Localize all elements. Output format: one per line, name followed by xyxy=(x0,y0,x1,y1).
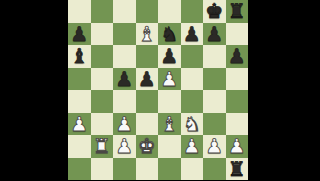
piece-black-rook[interactable]: ♜ xyxy=(228,1,246,21)
piece-white-rook[interactable]: ♜ xyxy=(93,136,111,156)
square-f3[interactable]: ♞ xyxy=(181,113,204,136)
square-a5[interactable] xyxy=(68,68,91,91)
square-f5[interactable] xyxy=(181,68,204,91)
square-g8[interactable]: ♚ xyxy=(203,0,226,23)
square-e3[interactable]: ♝ xyxy=(158,113,181,136)
square-e8[interactable] xyxy=(158,0,181,23)
square-e6[interactable]: ♟ xyxy=(158,45,181,68)
square-d8[interactable] xyxy=(136,0,159,23)
piece-white-pawn[interactable]: ♟ xyxy=(115,136,133,156)
square-f2[interactable]: ♟ xyxy=(181,135,204,158)
square-e2[interactable] xyxy=(158,135,181,158)
square-a6[interactable]: ♝ xyxy=(68,45,91,68)
square-d7[interactable]: ♝ xyxy=(136,23,159,46)
square-h4[interactable] xyxy=(226,90,249,113)
square-b4[interactable] xyxy=(91,90,114,113)
piece-black-bishop[interactable]: ♝ xyxy=(70,46,88,66)
square-d1[interactable] xyxy=(136,158,159,181)
piece-black-pawn[interactable]: ♟ xyxy=(160,46,178,66)
square-c3[interactable]: ♟ xyxy=(113,113,136,136)
square-e1[interactable] xyxy=(158,158,181,181)
square-b1[interactable] xyxy=(91,158,114,181)
square-h3[interactable] xyxy=(226,113,249,136)
square-e5[interactable]: ♟ xyxy=(158,68,181,91)
square-a3[interactable]: ♟ xyxy=(68,113,91,136)
square-h5[interactable] xyxy=(226,68,249,91)
square-d5[interactable]: ♟ xyxy=(136,68,159,91)
square-b2[interactable]: ♜ xyxy=(91,135,114,158)
square-h6[interactable]: ♟ xyxy=(226,45,249,68)
square-c1[interactable] xyxy=(113,158,136,181)
square-h8[interactable]: ♜ xyxy=(226,0,249,23)
square-g5[interactable] xyxy=(203,68,226,91)
square-g1[interactable] xyxy=(203,158,226,181)
piece-black-rook[interactable]: ♜ xyxy=(228,158,246,178)
piece-white-king[interactable]: ♚ xyxy=(138,136,156,156)
square-c5[interactable]: ♟ xyxy=(113,68,136,91)
square-c8[interactable] xyxy=(113,0,136,23)
piece-white-pawn[interactable]: ♟ xyxy=(228,136,246,156)
square-b6[interactable] xyxy=(91,45,114,68)
square-h7[interactable] xyxy=(226,23,249,46)
piece-white-pawn[interactable]: ♟ xyxy=(70,113,88,133)
square-a1[interactable] xyxy=(68,158,91,181)
chess-board: ♚♜♟♝♞♟♟♝♟♟♟♟♟♟♟♝♞♜♟♚♟♟♟♜ xyxy=(68,0,248,180)
square-d4[interactable] xyxy=(136,90,159,113)
square-c4[interactable] xyxy=(113,90,136,113)
square-e7[interactable]: ♞ xyxy=(158,23,181,46)
piece-white-pawn[interactable]: ♟ xyxy=(160,68,178,88)
square-f6[interactable] xyxy=(181,45,204,68)
piece-black-pawn[interactable]: ♟ xyxy=(205,23,223,43)
piece-black-pawn[interactable]: ♟ xyxy=(138,68,156,88)
piece-white-pawn[interactable]: ♟ xyxy=(115,113,133,133)
square-d2[interactable]: ♚ xyxy=(136,135,159,158)
piece-white-knight[interactable]: ♞ xyxy=(183,113,201,133)
piece-white-pawn[interactable]: ♟ xyxy=(183,136,201,156)
piece-white-bishop[interactable]: ♝ xyxy=(160,113,178,133)
square-d3[interactable] xyxy=(136,113,159,136)
piece-white-bishop[interactable]: ♝ xyxy=(138,23,156,43)
square-a7[interactable]: ♟ xyxy=(68,23,91,46)
square-g2[interactable]: ♟ xyxy=(203,135,226,158)
square-g3[interactable] xyxy=(203,113,226,136)
piece-white-pawn[interactable]: ♟ xyxy=(205,136,223,156)
square-a8[interactable] xyxy=(68,0,91,23)
square-f8[interactable] xyxy=(181,0,204,23)
square-f4[interactable] xyxy=(181,90,204,113)
screen: ♚♜♟♝♞♟♟♝♟♟♟♟♟♟♟♝♞♜♟♚♟♟♟♜ xyxy=(0,0,320,180)
square-h2[interactable]: ♟ xyxy=(226,135,249,158)
square-a4[interactable] xyxy=(68,90,91,113)
square-d6[interactable] xyxy=(136,45,159,68)
square-g4[interactable] xyxy=(203,90,226,113)
piece-black-pawn[interactable]: ♟ xyxy=(183,23,201,43)
piece-black-pawn[interactable]: ♟ xyxy=(70,23,88,43)
square-b7[interactable] xyxy=(91,23,114,46)
piece-black-pawn[interactable]: ♟ xyxy=(115,68,133,88)
square-g6[interactable] xyxy=(203,45,226,68)
square-b3[interactable] xyxy=(91,113,114,136)
square-g7[interactable]: ♟ xyxy=(203,23,226,46)
square-a2[interactable] xyxy=(68,135,91,158)
square-b8[interactable] xyxy=(91,0,114,23)
square-c6[interactable] xyxy=(113,45,136,68)
piece-black-knight[interactable]: ♞ xyxy=(160,23,178,43)
square-f1[interactable] xyxy=(181,158,204,181)
square-b5[interactable] xyxy=(91,68,114,91)
square-c2[interactable]: ♟ xyxy=(113,135,136,158)
square-h1[interactable]: ♜ xyxy=(226,158,249,181)
piece-black-pawn[interactable]: ♟ xyxy=(228,46,246,66)
square-f7[interactable]: ♟ xyxy=(181,23,204,46)
square-c7[interactable] xyxy=(113,23,136,46)
piece-black-king[interactable]: ♚ xyxy=(205,1,223,21)
square-e4[interactable] xyxy=(158,90,181,113)
